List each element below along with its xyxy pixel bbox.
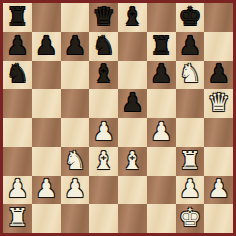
square-h5[interactable]: ♛ [204,89,233,118]
square-d3[interactable]: ♝ [89,147,118,176]
square-e8[interactable]: ♝ [118,3,147,32]
square-a8[interactable]: ♜ [3,3,32,32]
square-f4[interactable]: ♟ [147,118,176,147]
square-d6[interactable]: ♝ [89,61,118,90]
square-d5[interactable] [89,89,118,118]
square-f3[interactable] [147,147,176,176]
square-a5[interactable] [3,89,32,118]
square-c3[interactable]: ♞ [61,147,90,176]
chess-board: ♜♛♝♚♟♟♟♞♜♟♞♝♟♞♟♟♛♟♟♞♝♝♜♟♟♟♟♟♜♚ [0,0,236,236]
piece-white-pawn[interactable]: ♟ [207,176,229,201]
square-f1[interactable] [147,204,176,233]
square-g3[interactable]: ♜ [176,147,205,176]
square-a4[interactable] [3,118,32,147]
piece-black-queen[interactable]: ♛ [92,4,114,29]
square-c4[interactable] [61,118,90,147]
square-h7[interactable] [204,32,233,61]
square-g4[interactable] [176,118,205,147]
square-c1[interactable] [61,204,90,233]
square-g7[interactable]: ♟ [176,32,205,61]
square-e3[interactable]: ♝ [118,147,147,176]
piece-black-king[interactable]: ♚ [179,4,201,29]
square-a2[interactable]: ♟ [3,176,32,205]
square-h4[interactable] [204,118,233,147]
square-g6[interactable]: ♞ [176,61,205,90]
square-c8[interactable] [61,3,90,32]
square-g1[interactable]: ♚ [176,204,205,233]
square-c5[interactable] [61,89,90,118]
piece-black-bishop[interactable]: ♝ [92,61,114,86]
piece-white-bishop[interactable]: ♝ [92,148,114,173]
square-d7[interactable]: ♞ [89,32,118,61]
piece-black-pawn[interactable]: ♟ [207,61,229,86]
square-d8[interactable]: ♛ [89,3,118,32]
piece-white-pawn[interactable]: ♟ [179,176,201,201]
piece-black-pawn[interactable]: ♟ [179,33,201,58]
square-f8[interactable] [147,3,176,32]
square-a3[interactable] [3,147,32,176]
piece-white-rook[interactable]: ♜ [179,148,201,173]
square-d1[interactable] [89,204,118,233]
piece-white-knight[interactable]: ♞ [179,61,201,86]
square-a7[interactable]: ♟ [3,32,32,61]
square-b6[interactable] [32,61,61,90]
square-b3[interactable] [32,147,61,176]
piece-white-knight[interactable]: ♞ [64,148,86,173]
square-f6[interactable]: ♟ [147,61,176,90]
piece-white-pawn[interactable]: ♟ [35,176,57,201]
square-e6[interactable] [118,61,147,90]
square-d2[interactable] [89,176,118,205]
square-g8[interactable]: ♚ [176,3,205,32]
square-a1[interactable]: ♜ [3,204,32,233]
square-h1[interactable] [204,204,233,233]
square-g5[interactable] [176,89,205,118]
square-a6[interactable]: ♞ [3,61,32,90]
piece-white-pawn[interactable]: ♟ [64,176,86,201]
piece-white-pawn[interactable]: ♟ [92,119,114,144]
square-e2[interactable] [118,176,147,205]
square-b2[interactable]: ♟ [32,176,61,205]
square-e5[interactable]: ♟ [118,89,147,118]
piece-black-pawn[interactable]: ♟ [64,33,86,58]
piece-black-pawn[interactable]: ♟ [150,61,172,86]
square-f2[interactable] [147,176,176,205]
square-e4[interactable] [118,118,147,147]
square-d4[interactable]: ♟ [89,118,118,147]
piece-black-pawn[interactable]: ♟ [121,90,143,115]
piece-white-rook[interactable]: ♜ [6,205,28,230]
square-b5[interactable] [32,89,61,118]
piece-white-bishop[interactable]: ♝ [121,148,143,173]
square-b8[interactable] [32,3,61,32]
square-e1[interactable] [118,204,147,233]
piece-white-pawn[interactable]: ♟ [6,176,28,201]
square-h8[interactable] [204,3,233,32]
piece-black-rook[interactable]: ♜ [150,33,172,58]
square-f7[interactable]: ♜ [147,32,176,61]
square-h6[interactable]: ♟ [204,61,233,90]
piece-white-pawn[interactable]: ♟ [150,119,172,144]
square-c7[interactable]: ♟ [61,32,90,61]
square-c6[interactable] [61,61,90,90]
square-b4[interactable] [32,118,61,147]
square-h3[interactable] [204,147,233,176]
square-e7[interactable] [118,32,147,61]
square-c2[interactable]: ♟ [61,176,90,205]
square-f5[interactable] [147,89,176,118]
piece-black-rook[interactable]: ♜ [6,4,28,29]
piece-black-knight[interactable]: ♞ [6,61,28,86]
piece-black-pawn[interactable]: ♟ [6,33,28,58]
square-g2[interactable]: ♟ [176,176,205,205]
square-b7[interactable]: ♟ [32,32,61,61]
square-b1[interactable] [32,204,61,233]
piece-black-bishop[interactable]: ♝ [121,4,143,29]
piece-black-knight[interactable]: ♞ [92,33,114,58]
piece-white-queen[interactable]: ♛ [207,90,229,115]
square-h2[interactable]: ♟ [204,176,233,205]
piece-black-pawn[interactable]: ♟ [35,33,57,58]
piece-white-king[interactable]: ♚ [179,205,201,230]
